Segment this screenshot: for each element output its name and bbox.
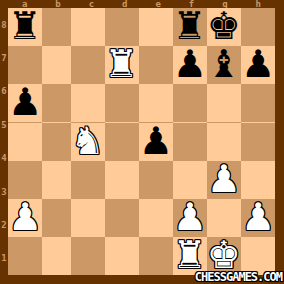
black-rook: ♜ (173, 7, 207, 45)
square-d8 (105, 8, 139, 46)
square-e8 (139, 8, 173, 46)
square-a7 (8, 46, 42, 84)
square-e1 (139, 237, 173, 275)
square-g2 (207, 199, 241, 237)
white-knight: ♞ (71, 122, 105, 160)
square-d4 (105, 123, 139, 161)
white-king: ♚ (207, 236, 241, 274)
square-e2 (139, 199, 173, 237)
white-pawn: ♟ (207, 160, 241, 198)
rank-label-4: 4 (0, 142, 8, 175)
black-bishop: ♝ (207, 45, 241, 83)
rank-label-6: 6 (0, 75, 8, 108)
square-g8: ♚ (207, 8, 241, 46)
square-h3 (241, 161, 275, 199)
white-rook: ♜ (105, 45, 139, 83)
black-pawn: ♟ (139, 122, 173, 160)
square-b7 (42, 46, 70, 84)
square-f6 (173, 84, 207, 122)
black-king: ♚ (207, 7, 241, 45)
square-c7 (71, 46, 105, 84)
square-a6: ♟ (8, 84, 42, 122)
square-d6 (105, 84, 139, 122)
square-e3 (139, 161, 173, 199)
square-a3 (8, 161, 42, 199)
square-d2 (105, 199, 139, 237)
square-g4 (207, 123, 241, 161)
square-h6 (241, 84, 275, 122)
square-e6 (139, 84, 173, 122)
rank-label-8: 8 (0, 8, 8, 41)
square-f4 (173, 123, 207, 161)
square-h4 (241, 123, 275, 161)
square-d1 (105, 237, 139, 275)
black-pawn: ♟ (8, 83, 42, 121)
square-b3 (42, 161, 70, 199)
square-a2: ♟ (8, 199, 42, 237)
rank-label-1: 1 (0, 242, 8, 275)
white-pawn: ♟ (173, 198, 207, 236)
square-b8 (42, 8, 70, 46)
square-c1 (71, 237, 105, 275)
square-a1 (8, 237, 42, 275)
square-b1 (42, 237, 70, 275)
square-d3 (105, 161, 139, 199)
square-e4: ♟ (139, 123, 173, 161)
chess-board-frame: abcdefgh 87654321 ♜♜♚♜♟♝♟♟♞♟♟♟♟♟♜♚ CHESS… (0, 0, 284, 284)
square-h7: ♟ (241, 46, 275, 84)
square-c4: ♞ (71, 123, 105, 161)
board: ♜♜♚♜♟♝♟♟♞♟♟♟♟♟♜♚ (8, 8, 275, 275)
black-pawn: ♟ (241, 45, 275, 83)
square-b6 (42, 84, 70, 122)
watermark: CHESSGAMES.COM (195, 270, 282, 284)
square-c2 (71, 199, 105, 237)
square-h2: ♟ (241, 199, 275, 237)
square-f8: ♜ (173, 8, 207, 46)
square-a4 (8, 123, 42, 161)
square-b4 (42, 123, 70, 161)
square-g7: ♝ (207, 46, 241, 84)
square-c6 (71, 84, 105, 122)
rank-label-3: 3 (0, 175, 8, 208)
white-rook: ♜ (173, 236, 207, 274)
square-c3 (71, 161, 105, 199)
square-b2 (42, 199, 70, 237)
square-g3: ♟ (207, 161, 241, 199)
square-a8: ♜ (8, 8, 42, 46)
square-c8 (71, 8, 105, 46)
square-h8 (241, 8, 275, 46)
square-e7 (139, 46, 173, 84)
white-pawn: ♟ (8, 198, 42, 236)
square-f7: ♟ (173, 46, 207, 84)
black-rook: ♜ (8, 7, 42, 45)
square-f2: ♟ (173, 199, 207, 237)
rank-label-2: 2 (0, 208, 8, 241)
rank-labels: 87654321 (0, 8, 8, 275)
white-pawn: ♟ (241, 198, 275, 236)
rank-label-5: 5 (0, 108, 8, 141)
square-g6 (207, 84, 241, 122)
rank-label-7: 7 (0, 41, 8, 74)
square-f3 (173, 161, 207, 199)
black-pawn: ♟ (173, 45, 207, 83)
square-d7: ♜ (105, 46, 139, 84)
